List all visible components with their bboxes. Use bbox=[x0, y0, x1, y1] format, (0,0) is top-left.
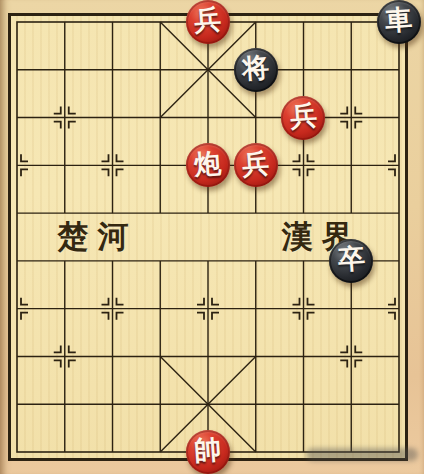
piece-glyph: 卒 bbox=[337, 245, 366, 274]
piece-glyph: 炮 bbox=[194, 150, 223, 179]
red-soldier-g8[interactable]: 兵 bbox=[281, 96, 325, 140]
red-cannon-e7[interactable]: 炮 bbox=[186, 143, 230, 187]
piece-glyph: 帥 bbox=[194, 436, 223, 465]
black-chariot-i10[interactable]: 車 bbox=[377, 0, 421, 44]
black-general-f9[interactable]: 将 bbox=[234, 48, 278, 92]
red-soldier-f7[interactable]: 兵 bbox=[234, 143, 278, 187]
red-general-e1[interactable]: 帥 bbox=[186, 430, 230, 474]
red-soldier-e10[interactable]: 兵 bbox=[186, 0, 230, 44]
pieces-layer: 兵車将兵炮兵卒帥 bbox=[0, 0, 423, 474]
xiangqi-board[interactable]: 楚河 漢界 兵車将兵炮兵卒帥 bbox=[0, 0, 424, 474]
black-soldier-h5[interactable]: 卒 bbox=[329, 239, 373, 283]
piece-glyph: 兵 bbox=[241, 150, 270, 179]
piece-glyph: 兵 bbox=[194, 7, 223, 36]
piece-glyph: 将 bbox=[241, 54, 270, 83]
piece-glyph: 兵 bbox=[289, 102, 318, 131]
watermark-smudge bbox=[306, 448, 418, 461]
piece-glyph: 車 bbox=[385, 7, 414, 36]
